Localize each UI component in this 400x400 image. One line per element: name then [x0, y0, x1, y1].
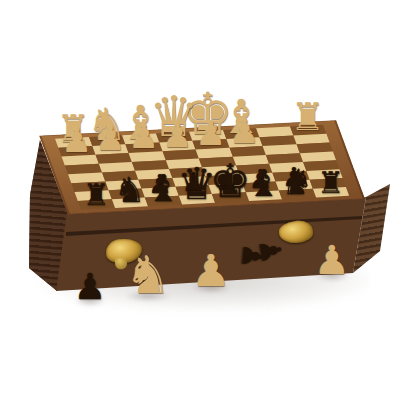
board-square: [78, 199, 115, 210]
board-square: [279, 189, 316, 200]
piece-shadow: [125, 291, 172, 301]
board-square: [212, 192, 249, 203]
board-square: [111, 197, 148, 208]
board-square: [245, 190, 282, 201]
piece-shadow: [314, 271, 350, 281]
chess-board: [55, 125, 349, 210]
chess-set-photo: ♜♞♝♛♚♝♜♟♟♟♟♟♟♟♟♟♟♟♜♞♝♛♚♝♞♜ ♟♞♟♟♟♟: [0, 0, 400, 400]
board-frame: [39, 120, 365, 214]
piece-shadow: [74, 296, 106, 306]
board-square: [312, 187, 349, 198]
board-square: [145, 196, 182, 207]
board-square: [178, 194, 215, 205]
piece-shadow: [191, 283, 231, 293]
